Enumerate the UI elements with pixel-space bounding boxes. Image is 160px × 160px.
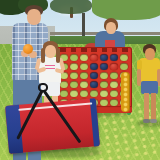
woman-face <box>106 22 116 34</box>
boy-shoe <box>143 119 150 123</box>
boy-face <box>145 48 155 60</box>
board-column-6[interactable] <box>109 47 119 113</box>
man-face <box>27 9 41 25</box>
orange-ball <box>23 44 33 54</box>
bag-strap-handle <box>38 83 48 92</box>
girl-shirt-print <box>45 64 55 69</box>
tree-center <box>50 0 92 14</box>
boy-shoe <box>150 119 157 123</box>
trees-right <box>92 0 160 20</box>
girl-braid <box>56 48 60 63</box>
boy-leg <box>144 93 149 120</box>
boy-leg <box>151 93 156 120</box>
photo-scene <box>0 0 160 160</box>
girl-face <box>45 45 56 58</box>
yellow-side-roller <box>121 72 130 112</box>
board-column-5[interactable] <box>99 47 109 113</box>
